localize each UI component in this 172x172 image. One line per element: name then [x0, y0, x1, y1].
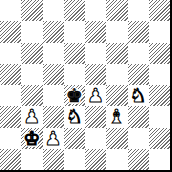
square-c5[interactable]	[43, 64, 64, 85]
square-c4[interactable]	[43, 85, 64, 106]
square-a5[interactable]	[0, 64, 21, 85]
square-h8[interactable]	[149, 0, 170, 21]
white-pawn: ♟	[87, 86, 104, 105]
square-c7[interactable]	[43, 21, 64, 42]
square-d1[interactable]	[64, 149, 85, 170]
square-d4[interactable]: ♚	[64, 85, 85, 106]
square-b3[interactable]: ♟	[21, 106, 42, 127]
white-pawn: ♟	[23, 107, 40, 126]
square-d2[interactable]	[64, 128, 85, 149]
square-d7[interactable]	[64, 21, 85, 42]
square-b5[interactable]	[21, 64, 42, 85]
square-g1[interactable]	[128, 149, 149, 170]
square-h2[interactable]	[149, 128, 170, 149]
square-a3[interactable]	[0, 106, 21, 127]
square-c6[interactable]	[43, 43, 64, 64]
white-king: ♚	[23, 129, 40, 148]
square-g4[interactable]: ♞	[128, 85, 149, 106]
square-c3[interactable]	[43, 106, 64, 127]
square-f6[interactable]	[106, 43, 127, 64]
square-h6[interactable]	[149, 43, 170, 64]
square-b2[interactable]: ♚	[21, 128, 42, 149]
square-g7[interactable]	[128, 21, 149, 42]
square-f1[interactable]	[106, 149, 127, 170]
chess-board: ♚♟♞♟♞♝♚♟	[0, 0, 170, 170]
square-a1[interactable]	[0, 149, 21, 170]
square-c8[interactable]	[43, 0, 64, 21]
white-pawn: ♟	[45, 129, 62, 148]
square-d5[interactable]	[64, 64, 85, 85]
square-h4[interactable]	[149, 85, 170, 106]
square-h7[interactable]	[149, 21, 170, 42]
square-g5[interactable]	[128, 64, 149, 85]
square-e1[interactable]	[85, 149, 106, 170]
square-a8[interactable]	[0, 0, 21, 21]
square-d3[interactable]: ♞	[64, 106, 85, 127]
square-f2[interactable]	[106, 128, 127, 149]
square-e7[interactable]	[85, 21, 106, 42]
square-f7[interactable]	[106, 21, 127, 42]
square-f3[interactable]: ♝	[106, 106, 127, 127]
black-king: ♚	[66, 86, 83, 105]
square-e2[interactable]	[85, 128, 106, 149]
square-b7[interactable]	[21, 21, 42, 42]
white-knight: ♞	[66, 107, 83, 126]
square-h3[interactable]	[149, 106, 170, 127]
square-f4[interactable]	[106, 85, 127, 106]
square-h5[interactable]	[149, 64, 170, 85]
square-e4[interactable]: ♟	[85, 85, 106, 106]
square-h1[interactable]	[149, 149, 170, 170]
square-e6[interactable]	[85, 43, 106, 64]
square-b6[interactable]	[21, 43, 42, 64]
square-g2[interactable]	[128, 128, 149, 149]
square-g3[interactable]	[128, 106, 149, 127]
square-e5[interactable]	[85, 64, 106, 85]
square-a6[interactable]	[0, 43, 21, 64]
square-f8[interactable]	[106, 0, 127, 21]
square-g8[interactable]	[128, 0, 149, 21]
square-c2[interactable]: ♟	[43, 128, 64, 149]
square-e8[interactable]	[85, 0, 106, 21]
square-a7[interactable]	[0, 21, 21, 42]
square-b1[interactable]	[21, 149, 42, 170]
square-c1[interactable]	[43, 149, 64, 170]
square-g6[interactable]	[128, 43, 149, 64]
square-a2[interactable]	[0, 128, 21, 149]
square-d8[interactable]	[64, 0, 85, 21]
square-b8[interactable]	[21, 0, 42, 21]
square-b4[interactable]	[21, 85, 42, 106]
square-a4[interactable]	[0, 85, 21, 106]
chess-diagram: ♚♟♞♟♞♝♚♟	[0, 0, 172, 172]
white-bishop: ♝	[108, 107, 125, 126]
square-d6[interactable]	[64, 43, 85, 64]
square-e3[interactable]	[85, 106, 106, 127]
white-knight: ♞	[130, 86, 147, 105]
square-f5[interactable]	[106, 64, 127, 85]
